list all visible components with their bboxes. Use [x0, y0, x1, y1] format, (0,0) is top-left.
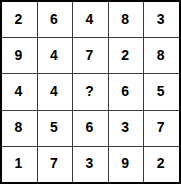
grid-cell: 6 [109, 74, 144, 109]
grid-cell: 9 [109, 147, 144, 182]
grid-cell: 4 [38, 38, 73, 73]
grid-cell: 7 [144, 111, 179, 146]
grid-cell: 4 [2, 74, 37, 109]
grid-cell: 6 [38, 2, 73, 37]
grid-cell: 2 [144, 147, 179, 182]
grid-cell: 3 [144, 2, 179, 37]
grid-cell: 2 [109, 38, 144, 73]
grid-cell: 5 [144, 74, 179, 109]
missing-cell: ? [73, 74, 108, 109]
grid-cell: 8 [2, 111, 37, 146]
grid-cell: 7 [73, 38, 108, 73]
grid-cell: 2 [2, 2, 37, 37]
grid-cell: 5 [38, 111, 73, 146]
grid-cell: 8 [109, 2, 144, 37]
grid-cell: 6 [73, 111, 108, 146]
grid-cell: 4 [38, 74, 73, 109]
grid-cell: 4 [73, 2, 108, 37]
grid-cell: 1 [2, 147, 37, 182]
grid-cell: 9 [2, 38, 37, 73]
grid-cell: 3 [73, 147, 108, 182]
grid-cell: 8 [144, 38, 179, 73]
grid-cell: 3 [109, 111, 144, 146]
puzzle-grid: 2 6 4 8 3 9 4 7 2 8 4 4 ? 6 5 8 5 6 3 7 … [0, 0, 181, 184]
grid-cell: 7 [38, 147, 73, 182]
